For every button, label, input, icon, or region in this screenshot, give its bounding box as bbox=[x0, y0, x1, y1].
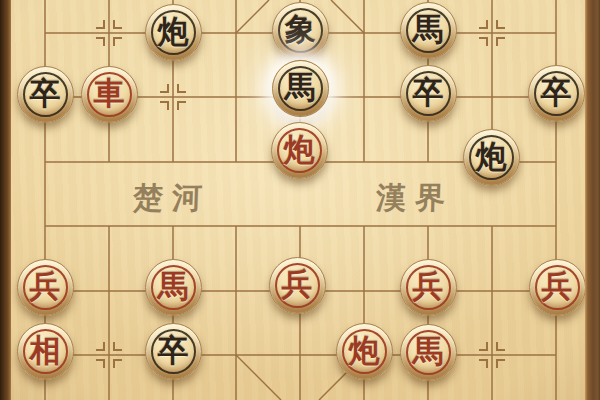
piece-glyph: 卒 bbox=[30, 78, 61, 109]
piece-glyph: 炮 bbox=[349, 335, 380, 366]
piece-glyph: 車 bbox=[94, 78, 125, 109]
piece-red-cannon-file4-rank4[interactable]: 炮 bbox=[271, 122, 328, 179]
piece-red-chariot-file1-rank3[interactable]: 車 bbox=[81, 66, 138, 123]
piece-red-cannon-file5-rank7[interactable]: 炮 bbox=[336, 323, 393, 380]
piece-glyph: 馬 bbox=[285, 72, 316, 103]
piece-glyph: 象 bbox=[285, 14, 316, 45]
piece-black-soldier-file0-rank3[interactable]: 卒 bbox=[17, 66, 74, 123]
piece-glyph: 卒 bbox=[413, 77, 444, 108]
piece-red-soldier-file4-rank6[interactable]: 兵 bbox=[269, 257, 326, 314]
piece-glyph: 馬 bbox=[413, 336, 444, 367]
piece-glyph: 炮 bbox=[284, 134, 315, 165]
piece-red-elephant-file0-rank7[interactable]: 相 bbox=[17, 323, 74, 380]
piece-glyph: 炮 bbox=[476, 141, 507, 172]
piece-black-elephant-file4-rank2[interactable]: 象 bbox=[272, 2, 329, 59]
piece-black-soldier-file2-rank7[interactable]: 卒 bbox=[145, 323, 202, 380]
piece-glyph: 兵 bbox=[413, 271, 444, 302]
piece-black-cannon-file2-rank2[interactable]: 炮 bbox=[145, 4, 202, 61]
piece-glyph: 馬 bbox=[158, 271, 189, 302]
piece-black-horse-file6-rank2[interactable]: 馬 bbox=[400, 2, 457, 59]
piece-black-horse-file4-rank3[interactable]: 馬 bbox=[272, 60, 329, 117]
piece-black-cannon-file7-rank4[interactable]: 炮 bbox=[463, 129, 520, 186]
river-label-right: 漢界 bbox=[375, 178, 454, 219]
piece-red-horse-file2-rank6[interactable]: 馬 bbox=[145, 259, 202, 316]
piece-glyph: 卒 bbox=[158, 335, 189, 366]
piece-red-soldier-file6-rank6[interactable]: 兵 bbox=[400, 259, 457, 316]
board-frame-left bbox=[0, 0, 11, 400]
piece-glyph: 兵 bbox=[30, 271, 61, 302]
piece-glyph: 卒 bbox=[541, 77, 572, 108]
piece-black-soldier-file6-rank3[interactable]: 卒 bbox=[400, 65, 457, 122]
piece-glyph: 兵 bbox=[282, 269, 313, 300]
piece-glyph: 兵 bbox=[542, 271, 573, 302]
xiangqi-board[interactable]: 楚河 漢界 炮象馬卒車馬卒卒炮炮兵馬兵兵兵相卒炮馬 bbox=[0, 0, 600, 400]
piece-glyph: 相 bbox=[30, 335, 61, 366]
piece-red-horse-file6-rank7[interactable]: 馬 bbox=[400, 324, 457, 381]
piece-red-soldier-file8-rank6[interactable]: 兵 bbox=[529, 259, 586, 316]
piece-red-soldier-file0-rank6[interactable]: 兵 bbox=[17, 259, 74, 316]
piece-black-soldier-file8-rank3[interactable]: 卒 bbox=[528, 65, 585, 122]
board-frame-right bbox=[585, 0, 600, 400]
piece-glyph: 馬 bbox=[413, 14, 444, 45]
piece-glyph: 炮 bbox=[158, 16, 189, 47]
river-label-left: 楚河 bbox=[132, 178, 211, 219]
